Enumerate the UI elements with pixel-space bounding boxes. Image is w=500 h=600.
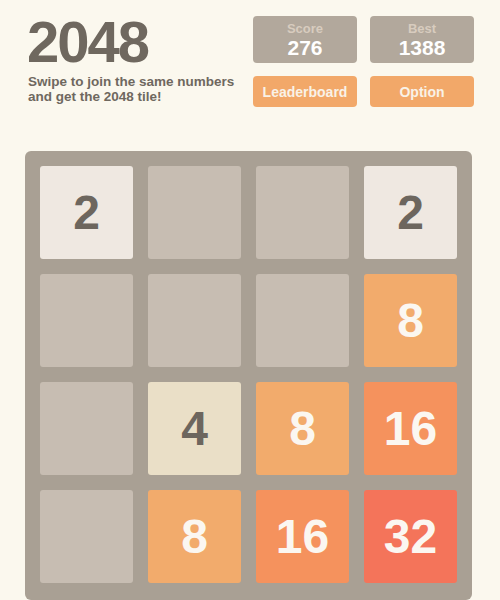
score-label: Score [287, 21, 323, 36]
cell-r3c0 [40, 490, 133, 583]
game-board[interactable]: 2 2 8 4 8 16 8 16 32 [25, 151, 472, 600]
cell-r1c1 [148, 274, 241, 367]
cell-r1c0 [40, 274, 133, 367]
page-title: 2048 [27, 13, 148, 71]
option-button[interactable]: Option [370, 76, 474, 107]
best-value: 1388 [399, 36, 446, 59]
cell-r3c1: 8 [148, 490, 241, 583]
leaderboard-button[interactable]: Leaderboard [253, 76, 357, 107]
cell-r1c2 [256, 274, 349, 367]
subtitle-line-2: and get the 2048 tile! [28, 89, 234, 104]
subtitle: Swipe to join the same numbers and get t… [28, 74, 234, 104]
cell-r2c2: 8 [256, 382, 349, 475]
cell-r2c1: 4 [148, 382, 241, 475]
best-box: Best 1388 [370, 16, 474, 63]
cell-r3c3: 32 [364, 490, 457, 583]
cell-r0c0: 2 [40, 166, 133, 259]
score-box: Score 276 [253, 16, 357, 63]
cell-r1c3: 8 [364, 274, 457, 367]
cell-r0c3: 2 [364, 166, 457, 259]
cell-r3c2: 16 [256, 490, 349, 583]
cell-r2c0 [40, 382, 133, 475]
score-value: 276 [287, 36, 322, 59]
cell-r0c1 [148, 166, 241, 259]
subtitle-line-1: Swipe to join the same numbers [28, 74, 234, 89]
cell-r2c3: 16 [364, 382, 457, 475]
best-label: Best [408, 21, 436, 36]
cell-r0c2 [256, 166, 349, 259]
